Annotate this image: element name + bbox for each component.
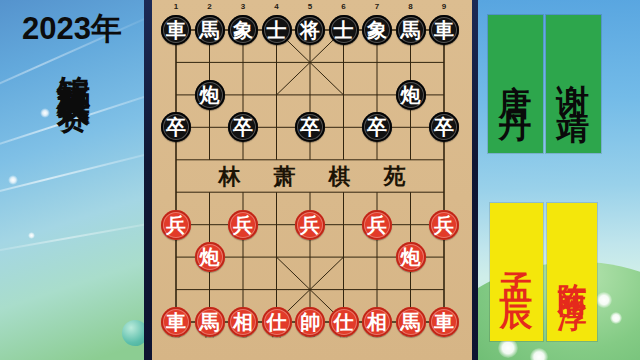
file-label-top-6: 6 (337, 2, 351, 11)
river-char: 林 (219, 162, 241, 192)
background-streak (0, 212, 144, 259)
river-char: 苑 (384, 162, 406, 192)
piece-black-chariot-f1r0[interactable]: 車 (161, 15, 191, 45)
player-black-1-name: 唐丹 (499, 58, 532, 110)
piece-red-horse-f2r9[interactable]: 馬 (195, 307, 225, 337)
player-black-2-box: 谢靖 (546, 15, 601, 153)
file-label-top-9: 9 (437, 2, 451, 11)
flower-decoration (596, 292, 612, 308)
file-label-top-8: 8 (404, 2, 418, 11)
piece-black-cannon-f8r2[interactable]: 炮 (396, 80, 426, 110)
file-label-top-2: 2 (203, 2, 217, 11)
piece-red-elephant-f7r9[interactable]: 相 (362, 307, 392, 337)
player-red-1-name: 孟辰 (500, 246, 533, 298)
piece-red-advisor-f4r9[interactable]: 仕 (262, 307, 292, 337)
piece-red-advisor-f6r9[interactable]: 仕 (329, 307, 359, 337)
piece-red-cannon-f8r7[interactable]: 炮 (396, 242, 426, 272)
bubble-decoration (122, 320, 144, 346)
piece-black-general-f5r0[interactable]: 将 (295, 15, 325, 45)
piece-black-advisor-f6r0[interactable]: 士 (329, 15, 359, 45)
event-year: 2023年 (0, 12, 144, 46)
river-char: 棋 (329, 162, 351, 192)
piece-red-general-f5r9[interactable]: 帥 (295, 307, 325, 337)
screenshot-root: 2023年 锦江杯象棋双人赛 林萧棋苑 123456789九八七六五四三二一車馬… (0, 0, 640, 360)
player-red-1-box: 孟辰 (490, 203, 543, 341)
file-label-top-7: 7 (370, 2, 384, 11)
file-label-top-3: 3 (236, 2, 250, 11)
player-red-2-name: 陈丽淳 (558, 259, 587, 286)
file-label-top-4: 4 (270, 2, 284, 11)
background-streak (0, 144, 144, 209)
sparkle-dot (40, 108, 50, 118)
piece-red-cannon-f2r7[interactable]: 炮 (195, 242, 225, 272)
piece-black-elephant-f3r0[interactable]: 象 (228, 15, 258, 45)
piece-red-elephant-f3r9[interactable]: 相 (228, 307, 258, 337)
left-divider (144, 0, 152, 360)
file-label-top-1: 1 (169, 2, 183, 11)
piece-black-elephant-f7r0[interactable]: 象 (362, 15, 392, 45)
river-text: 林萧棋苑 (152, 164, 472, 190)
xiangqi-board[interactable]: 林萧棋苑 123456789九八七六五四三二一車馬象士将士象馬車炮炮卒卒卒卒卒兵… (152, 0, 472, 360)
piece-black-horse-f2r0[interactable]: 馬 (195, 15, 225, 45)
sparkle-dot (28, 232, 35, 239)
players-panel: 唐丹 谢靖 孟辰 陈丽淳 (478, 0, 640, 360)
background-streak (0, 80, 144, 162)
flower-decoration (610, 312, 622, 324)
piece-red-soldier-f3r6[interactable]: 兵 (228, 210, 258, 240)
piece-black-advisor-f4r0[interactable]: 士 (262, 15, 292, 45)
event-banner-panel: 2023年 锦江杯象棋双人赛 (0, 0, 144, 360)
player-black-2-name: 谢靖 (557, 58, 590, 110)
river-char: 萧 (274, 162, 296, 192)
piece-red-soldier-f5r6[interactable]: 兵 (295, 210, 325, 240)
player-red-2-box: 陈丽淳 (547, 203, 597, 341)
piece-red-horse-f8r9[interactable]: 馬 (396, 307, 426, 337)
piece-black-horse-f8r0[interactable]: 馬 (396, 15, 426, 45)
piece-black-chariot-f9r0[interactable]: 車 (429, 15, 459, 45)
piece-red-chariot-f9r9[interactable]: 車 (429, 307, 459, 337)
flower-decoration (498, 338, 518, 358)
sparkle-dot (8, 175, 18, 185)
file-label-top-5: 5 (303, 2, 317, 11)
event-title-vertical: 锦江杯象棋双人赛 (57, 50, 90, 74)
piece-red-soldier-f7r6[interactable]: 兵 (362, 210, 392, 240)
piece-red-soldier-f1r6[interactable]: 兵 (161, 210, 191, 240)
event-year-text: 2023年 (0, 12, 144, 46)
player-black-1-box: 唐丹 (488, 15, 543, 153)
flower-decoration (530, 348, 548, 360)
piece-red-chariot-f1r9[interactable]: 車 (161, 307, 191, 337)
piece-black-cannon-f2r2[interactable]: 炮 (195, 80, 225, 110)
piece-red-soldier-f9r6[interactable]: 兵 (429, 210, 459, 240)
